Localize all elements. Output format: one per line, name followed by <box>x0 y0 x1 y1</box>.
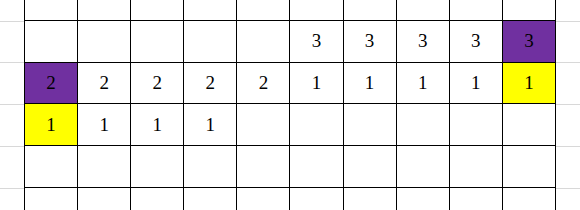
cell-r2c7[interactable]: 3 <box>344 21 397 63</box>
cell-r5c2[interactable] <box>78 146 131 188</box>
cell-r3c5[interactable]: 2 <box>237 63 290 105</box>
cell-r3c9[interactable]: 1 <box>450 63 503 105</box>
cell-r6c1[interactable] <box>25 188 78 210</box>
cell-r1c4[interactable] <box>184 0 237 21</box>
cell-r1c6[interactable] <box>290 0 343 21</box>
cell-r6c8[interactable] <box>397 188 450 210</box>
cell-r6c4[interactable] <box>184 188 237 210</box>
cell-r2c10[interactable]: 3 <box>503 21 556 63</box>
cell-r1c9[interactable] <box>450 0 503 21</box>
cell-r4c2[interactable]: 1 <box>78 104 131 146</box>
cell-r6c5[interactable] <box>237 188 290 210</box>
cell-r3c3[interactable]: 2 <box>131 63 184 105</box>
cell-r3c8[interactable]: 1 <box>397 63 450 105</box>
cell-r2c9[interactable]: 3 <box>450 21 503 63</box>
cell-r1c5[interactable] <box>237 0 290 21</box>
cell-r2c6[interactable]: 3 <box>290 21 343 63</box>
cell-r5c4[interactable] <box>184 146 237 188</box>
cell-r2c3[interactable] <box>131 21 184 63</box>
cell-r4c6[interactable] <box>290 104 343 146</box>
cell-r1c1[interactable] <box>25 0 78 21</box>
cell-r5c9[interactable] <box>450 146 503 188</box>
cell-r4c5[interactable] <box>237 104 290 146</box>
cell-r5c7[interactable] <box>344 146 397 188</box>
cell-r3c1[interactable]: 2 <box>25 63 78 105</box>
cell-r4c1[interactable]: 1 <box>25 104 78 146</box>
cell-r5c6[interactable] <box>290 146 343 188</box>
cell-r2c8[interactable]: 3 <box>397 21 450 63</box>
cell-r4c10[interactable] <box>503 104 556 146</box>
cell-r6c6[interactable] <box>290 188 343 210</box>
cell-r3c6[interactable]: 1 <box>290 63 343 105</box>
cell-r1c3[interactable] <box>131 0 184 21</box>
cell-r2c4[interactable] <box>184 21 237 63</box>
cell-r5c8[interactable] <box>397 146 450 188</box>
cell-r6c10[interactable] <box>503 188 556 210</box>
cell-r4c9[interactable] <box>450 104 503 146</box>
puzzle-grid: 3333322222111111111 <box>24 0 556 210</box>
cell-r2c2[interactable] <box>78 21 131 63</box>
cell-r2c5[interactable] <box>237 21 290 63</box>
cell-r3c4[interactable]: 2 <box>184 63 237 105</box>
cell-r1c2[interactable] <box>78 0 131 21</box>
cell-r2c1[interactable] <box>25 21 78 63</box>
cell-r6c3[interactable] <box>131 188 184 210</box>
cell-r5c5[interactable] <box>237 146 290 188</box>
cell-r4c7[interactable] <box>344 104 397 146</box>
cell-r5c3[interactable] <box>131 146 184 188</box>
cell-r1c10[interactable] <box>503 0 556 21</box>
cell-r4c3[interactable]: 1 <box>131 104 184 146</box>
cell-r3c7[interactable]: 1 <box>344 63 397 105</box>
cell-r4c4[interactable]: 1 <box>184 104 237 146</box>
cell-r1c8[interactable] <box>397 0 450 21</box>
cell-r1c7[interactable] <box>344 0 397 21</box>
cell-r5c10[interactable] <box>503 146 556 188</box>
cell-r6c7[interactable] <box>344 188 397 210</box>
cell-r6c9[interactable] <box>450 188 503 210</box>
cell-r3c2[interactable]: 2 <box>78 63 131 105</box>
cell-r6c2[interactable] <box>78 188 131 210</box>
cell-r5c1[interactable] <box>25 146 78 188</box>
spreadsheet-viewport: 3333322222111111111 <box>0 0 580 210</box>
cell-r3c10[interactable]: 1 <box>503 63 556 105</box>
cell-r4c8[interactable] <box>397 104 450 146</box>
